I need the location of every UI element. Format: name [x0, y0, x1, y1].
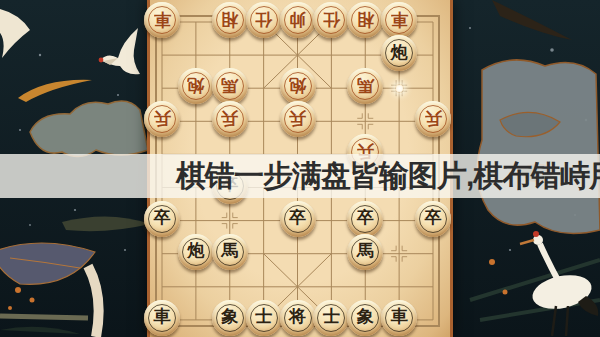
piece-black-馬[interactable]: 馬 — [347, 234, 383, 270]
piece-red-馬[interactable]: 馬 — [212, 68, 248, 104]
piece-red-車[interactable]: 車 — [381, 2, 417, 38]
piece-red-相[interactable]: 相 — [212, 2, 248, 38]
piece-black-卒[interactable]: 卒 — [415, 201, 451, 237]
piece-black-卒[interactable]: 卒 — [347, 201, 383, 237]
piece-red-炮[interactable]: 炮 — [178, 68, 214, 104]
piece-red-帅[interactable]: 帅 — [280, 2, 316, 38]
piece-red-兵[interactable]: 兵 — [212, 101, 248, 137]
last-move-marker — [395, 84, 404, 93]
piece-black-炮[interactable]: 炮 — [381, 35, 417, 71]
banner-text: 棋错一步满盘皆输图片,棋布错峙用法 — [0, 156, 600, 197]
piece-black-炮[interactable]: 炮 — [178, 234, 214, 270]
piece-black-卒[interactable]: 卒 — [144, 201, 180, 237]
piece-black-士[interactable]: 士 — [246, 300, 282, 336]
piece-black-将[interactable]: 将 — [280, 300, 316, 336]
piece-black-車[interactable]: 車 — [144, 300, 180, 336]
piece-black-卒[interactable]: 卒 — [280, 201, 316, 237]
piece-black-馬[interactable]: 馬 — [212, 234, 248, 270]
screenshot-root: 車相仕帅仕相車炮炮馬炮馬兵兵兵兵兵卒卒卒卒卒炮馬馬車象士将士象車 棋错一步满盘皆… — [0, 0, 600, 337]
piece-black-車[interactable]: 車 — [381, 300, 417, 336]
piece-red-相[interactable]: 相 — [347, 2, 383, 38]
piece-black-象[interactable]: 象 — [347, 300, 383, 336]
piece-black-象[interactable]: 象 — [212, 300, 248, 336]
title-banner: 棋错一步满盘皆输图片,棋布错峙用法 — [0, 154, 600, 198]
piece-red-仕[interactable]: 仕 — [246, 2, 282, 38]
cloud-motif — [477, 60, 600, 234]
piece-red-兵[interactable]: 兵 — [280, 101, 316, 137]
piece-red-炮[interactable]: 炮 — [280, 68, 316, 104]
piece-red-車[interactable]: 車 — [144, 2, 180, 38]
